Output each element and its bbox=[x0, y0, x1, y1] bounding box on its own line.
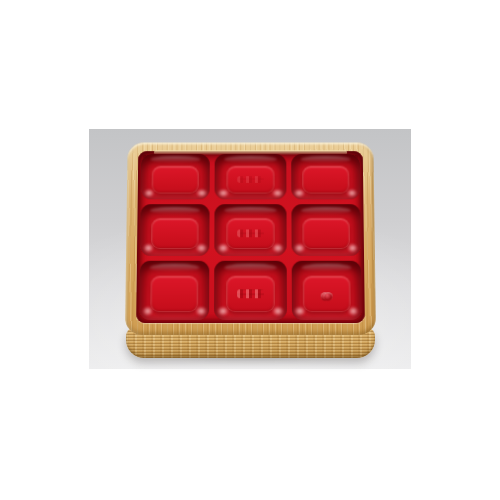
corner-glare bbox=[272, 306, 284, 317]
corner-glare bbox=[143, 244, 154, 253]
corner-glare bbox=[346, 189, 357, 197]
corner-glare bbox=[217, 244, 228, 253]
mould-dots-mark bbox=[314, 291, 340, 298]
embossed-text-mark bbox=[237, 230, 264, 238]
corner-glare bbox=[195, 306, 206, 317]
embossed-text-mark bbox=[237, 176, 263, 183]
embossed-text-mark bbox=[237, 290, 264, 299]
corner-glare bbox=[196, 244, 207, 253]
food-tray bbox=[125, 138, 376, 359]
compartment-floor bbox=[303, 277, 349, 311]
compartment-r1c2 bbox=[215, 154, 286, 200]
compartment-floor bbox=[303, 218, 349, 248]
compartment-r1c3 bbox=[291, 154, 360, 200]
photo-backdrop bbox=[89, 129, 411, 369]
corner-glare bbox=[272, 189, 283, 197]
corner-glare bbox=[348, 306, 359, 317]
compartment-r3c2 bbox=[214, 261, 286, 320]
corner-glare bbox=[217, 306, 229, 317]
compartment-floor bbox=[152, 218, 198, 248]
corner-glare bbox=[143, 189, 154, 197]
corner-glare bbox=[218, 189, 229, 197]
corner-glare bbox=[294, 189, 305, 197]
compartment-r3c1 bbox=[139, 261, 209, 320]
compartment-r2c3 bbox=[291, 205, 361, 256]
corner-glare bbox=[142, 306, 153, 317]
red-interior bbox=[136, 151, 365, 323]
corner-glare bbox=[196, 189, 207, 197]
corner-glare bbox=[347, 244, 358, 253]
compartment-floor bbox=[227, 277, 275, 311]
corner-glare bbox=[294, 306, 305, 317]
compartment-r2c2 bbox=[215, 205, 287, 256]
compartment-floor bbox=[152, 166, 198, 193]
compartment-r2c1 bbox=[140, 205, 210, 256]
compartment-floor bbox=[303, 166, 349, 193]
compartment-r1c1 bbox=[141, 154, 210, 200]
compartment-grid bbox=[139, 154, 362, 320]
compartment-floor bbox=[151, 277, 197, 311]
corner-glare bbox=[294, 244, 305, 253]
corner-glare bbox=[272, 244, 283, 253]
compartment-floor bbox=[227, 166, 274, 193]
tray-top-face bbox=[125, 143, 376, 335]
compartment-r3c3 bbox=[291, 261, 361, 320]
compartment-floor bbox=[227, 218, 274, 248]
